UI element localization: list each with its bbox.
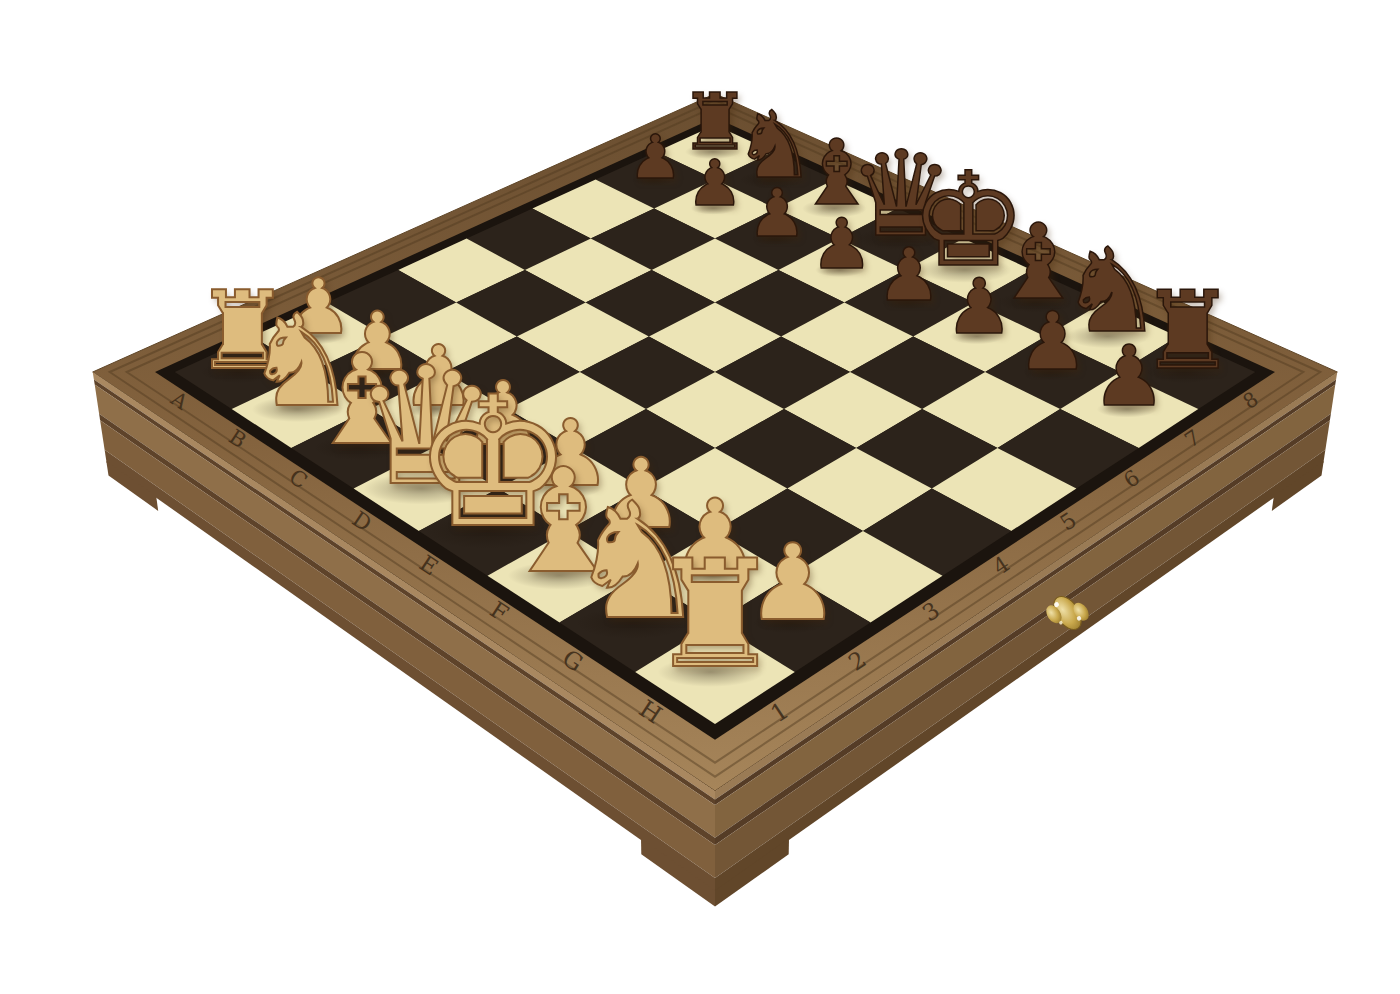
piece-black-pawn-f7[interactable]: ♟ (945, 269, 1013, 345)
piece-black-pawn-d7[interactable]: ♟ (810, 209, 872, 279)
piece-black-pawn-b7[interactable]: ♟ (687, 153, 744, 217)
piece-black-pawn-h7[interactable]: ♟ (1092, 335, 1167, 419)
piece-black-pawn-c7[interactable]: ♟ (747, 180, 807, 247)
piece-white-rook-h1[interactable]: ♜ (648, 541, 781, 690)
piece-black-pawn-e7[interactable]: ♟ (876, 238, 941, 311)
piece-black-pawn-g7[interactable]: ♟ (1017, 302, 1089, 382)
wooden-chess-set-photo: ABCDEFGH12345678 ♜♞♝♛♚♝♞♜♟♟♟♟♟♟♟♟♟♟♟♟♟♟♟… (0, 0, 1400, 994)
piece-black-pawn-a7[interactable]: ♟ (628, 126, 682, 187)
